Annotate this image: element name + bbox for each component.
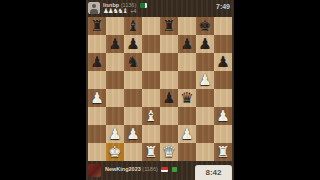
piece-black-rook[interactable]: ♜ [88,17,106,35]
piece-black-rook[interactable]: ♜ [160,17,178,35]
square-g8[interactable]: ♚ [196,17,214,35]
piece-white-pawn[interactable]: ♟ [196,71,214,89]
square-c5[interactable] [124,71,142,89]
square-d1[interactable]: ♜ [142,143,160,161]
app-screen: lisnbp (1136) ♟♟♞♞♝+4 7:49 ♜♝♜♚♟♟♟♟♟♞♟♟♟… [86,0,234,180]
square-e8[interactable]: ♜ [160,17,178,35]
piece-white-bishop[interactable]: ♝ [142,107,160,125]
square-g2[interactable] [196,125,214,143]
piece-white-rook[interactable]: ♜ [214,143,232,161]
square-c6[interactable]: ♞ [124,53,142,71]
square-c1[interactable] [124,143,142,161]
square-b6[interactable] [106,53,124,71]
square-b2[interactable]: ♟ [106,125,124,143]
square-e1[interactable]: ♛ [160,143,178,161]
piece-black-pawn[interactable]: ♟ [214,53,232,71]
avatar-person-icon [92,4,96,8]
square-d3[interactable]: ♝ [142,107,160,125]
square-b3[interactable] [106,107,124,125]
top-player-flag-icon [140,3,147,8]
square-d5[interactable] [142,71,160,89]
square-f2[interactable]: ♟ [178,125,196,143]
piece-black-pawn[interactable]: ♟ [196,35,214,53]
bottom-player-flag-icon [161,167,168,172]
square-f8[interactable] [178,17,196,35]
square-d2[interactable] [142,125,160,143]
top-player-clock: 7:49 [216,3,230,10]
square-c8[interactable]: ♝ [124,17,142,35]
square-h6[interactable]: ♟ [214,53,232,71]
square-a4[interactable]: ♟ [88,89,106,107]
square-f7[interactable]: ♟ [178,35,196,53]
top-player-avatar[interactable] [88,2,100,14]
bottom-player-name: NewKing2023 (1186) [105,166,177,172]
square-g4[interactable] [196,89,214,107]
square-g1[interactable] [196,143,214,161]
avatar-person-icon [90,9,98,14]
square-h2[interactable] [214,125,232,143]
square-g6[interactable] [196,53,214,71]
square-a1[interactable] [88,143,106,161]
square-g7[interactable]: ♟ [196,35,214,53]
square-b4[interactable] [106,89,124,107]
bottom-player-username: NewKing2023 [105,166,141,172]
piece-white-king[interactable]: ♚ [106,143,124,161]
piece-white-pawn[interactable]: ♟ [88,89,106,107]
bottom-player-badge-icon [172,167,177,172]
square-a7[interactable] [88,35,106,53]
top-player-bar: lisnbp (1136) ♟♟♞♞♝+4 7:49 [86,0,234,17]
material-advantage: +4 [130,8,136,14]
square-e7[interactable] [160,35,178,53]
square-e5[interactable] [160,71,178,89]
piece-white-pawn[interactable]: ♟ [124,125,142,143]
square-f1[interactable] [178,143,196,161]
piece-white-pawn[interactable]: ♟ [106,125,124,143]
square-a8[interactable]: ♜ [88,17,106,35]
piece-black-pawn[interactable]: ♟ [124,35,142,53]
square-c3[interactable] [124,107,142,125]
square-a5[interactable] [88,71,106,89]
square-h1[interactable]: ♜ [214,143,232,161]
square-f5[interactable] [178,71,196,89]
square-b5[interactable] [106,71,124,89]
square-c2[interactable]: ♟ [124,125,142,143]
square-a2[interactable] [88,125,106,143]
piece-black-pawn[interactable]: ♟ [88,53,106,71]
piece-black-pawn[interactable]: ♟ [160,89,178,107]
square-e4[interactable]: ♟ [160,89,178,107]
piece-black-pawn[interactable]: ♟ [106,35,124,53]
bottom-player-avatar[interactable] [88,164,101,177]
square-d7[interactable] [142,35,160,53]
bottom-player-bar: NewKing2023 (1186) 8:42 [86,161,234,180]
captured-piece-icons: ♟♟♞♞♝ [103,7,127,15]
square-d8[interactable] [142,17,160,35]
square-b7[interactable]: ♟ [106,35,124,53]
square-h8[interactable] [214,17,232,35]
square-g5[interactable]: ♟ [196,71,214,89]
piece-black-pawn[interactable]: ♟ [178,35,196,53]
square-c7[interactable]: ♟ [124,35,142,53]
square-h7[interactable] [214,35,232,53]
square-f4[interactable]: ♛ [178,89,196,107]
piece-black-knight[interactable]: ♞ [124,53,142,71]
square-e3[interactable] [160,107,178,125]
square-a3[interactable] [88,107,106,125]
square-a6[interactable]: ♟ [88,53,106,71]
square-h3[interactable]: ♟ [214,107,232,125]
square-f3[interactable] [178,107,196,125]
square-h4[interactable] [214,89,232,107]
top-player-captured-pieces: ♟♟♞♞♝+4 [103,8,136,15]
square-e6[interactable] [160,53,178,71]
square-b8[interactable] [106,17,124,35]
square-g3[interactable] [196,107,214,125]
bottom-player-rating: (1186) [142,166,158,172]
square-d6[interactable] [142,53,160,71]
piece-white-pawn[interactable]: ♟ [214,107,232,125]
bottom-player-clock: 8:42 [195,165,232,180]
piece-white-pawn[interactable]: ♟ [178,125,196,143]
chess-board: ♜♝♜♚♟♟♟♟♟♞♟♟♟♟♛♝♟♟♟♟♚♜♛♜ [88,17,232,161]
piece-white-queen[interactable]: ♛ [160,143,178,161]
square-e2[interactable] [160,125,178,143]
piece-black-bishop[interactable]: ♝ [124,17,142,35]
square-h5[interactable] [214,71,232,89]
piece-black-king[interactable]: ♚ [196,17,214,35]
square-d4[interactable] [142,89,160,107]
square-f6[interactable] [178,53,196,71]
piece-black-queen[interactable]: ♛ [178,89,196,107]
piece-white-rook[interactable]: ♜ [142,143,160,161]
square-c4[interactable] [124,89,142,107]
square-b1[interactable]: ♚ [106,143,124,161]
